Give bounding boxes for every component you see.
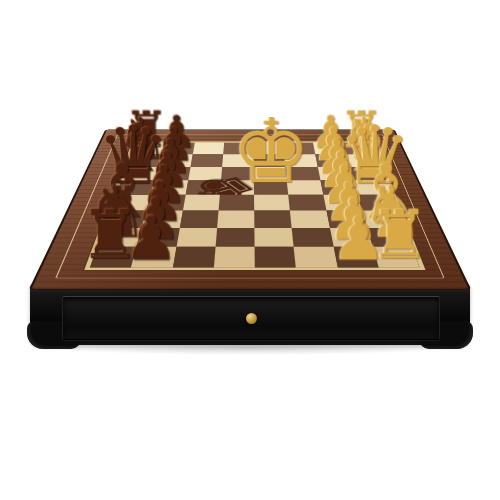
board-square bbox=[255, 247, 296, 268]
board-square bbox=[190, 154, 223, 166]
board-square bbox=[172, 247, 215, 268]
board-square bbox=[217, 211, 255, 228]
white-rook: ♜ bbox=[369, 201, 430, 269]
white-king: ♚ bbox=[232, 107, 311, 196]
board-square bbox=[179, 211, 218, 228]
chess-set-product-photo: ♜♟♟♜♞♟♟♞♝♟♟♝♛♟♚♚♟♛♟♟♝♟♟♝♞♟♟♞♜♟♟♜ bbox=[0, 0, 500, 500]
board-square bbox=[214, 247, 255, 268]
black-pawn: ♟ bbox=[124, 208, 178, 268]
board-walnut-frame: ♜♟♟♜♞♟♟♞♝♟♟♝♛♟♚♚♟♛♟♟♝♟♟♝♞♟♟♞♜♟♟♜ bbox=[32, 130, 468, 288]
board-square: ♚ bbox=[254, 180, 289, 195]
board-square bbox=[192, 143, 224, 155]
board-square bbox=[254, 195, 290, 211]
brass-drawer-knob bbox=[246, 313, 257, 324]
board-square bbox=[254, 228, 293, 247]
board-square bbox=[218, 195, 254, 211]
board-square bbox=[182, 195, 219, 211]
board-square: ♟ bbox=[131, 247, 176, 268]
board-square bbox=[254, 211, 292, 228]
storage-drawer bbox=[62, 296, 440, 340]
board-squares: ♜♟♟♜♞♟♟♞♝♟♟♝♛♟♚♚♟♛♟♟♝♟♟♝♞♟♟♞♜♟♟♜ bbox=[84, 141, 425, 270]
storage-case-base bbox=[30, 284, 470, 345]
board-square bbox=[176, 228, 217, 247]
board-square bbox=[215, 228, 254, 247]
board-square: ♜ bbox=[372, 247, 419, 268]
